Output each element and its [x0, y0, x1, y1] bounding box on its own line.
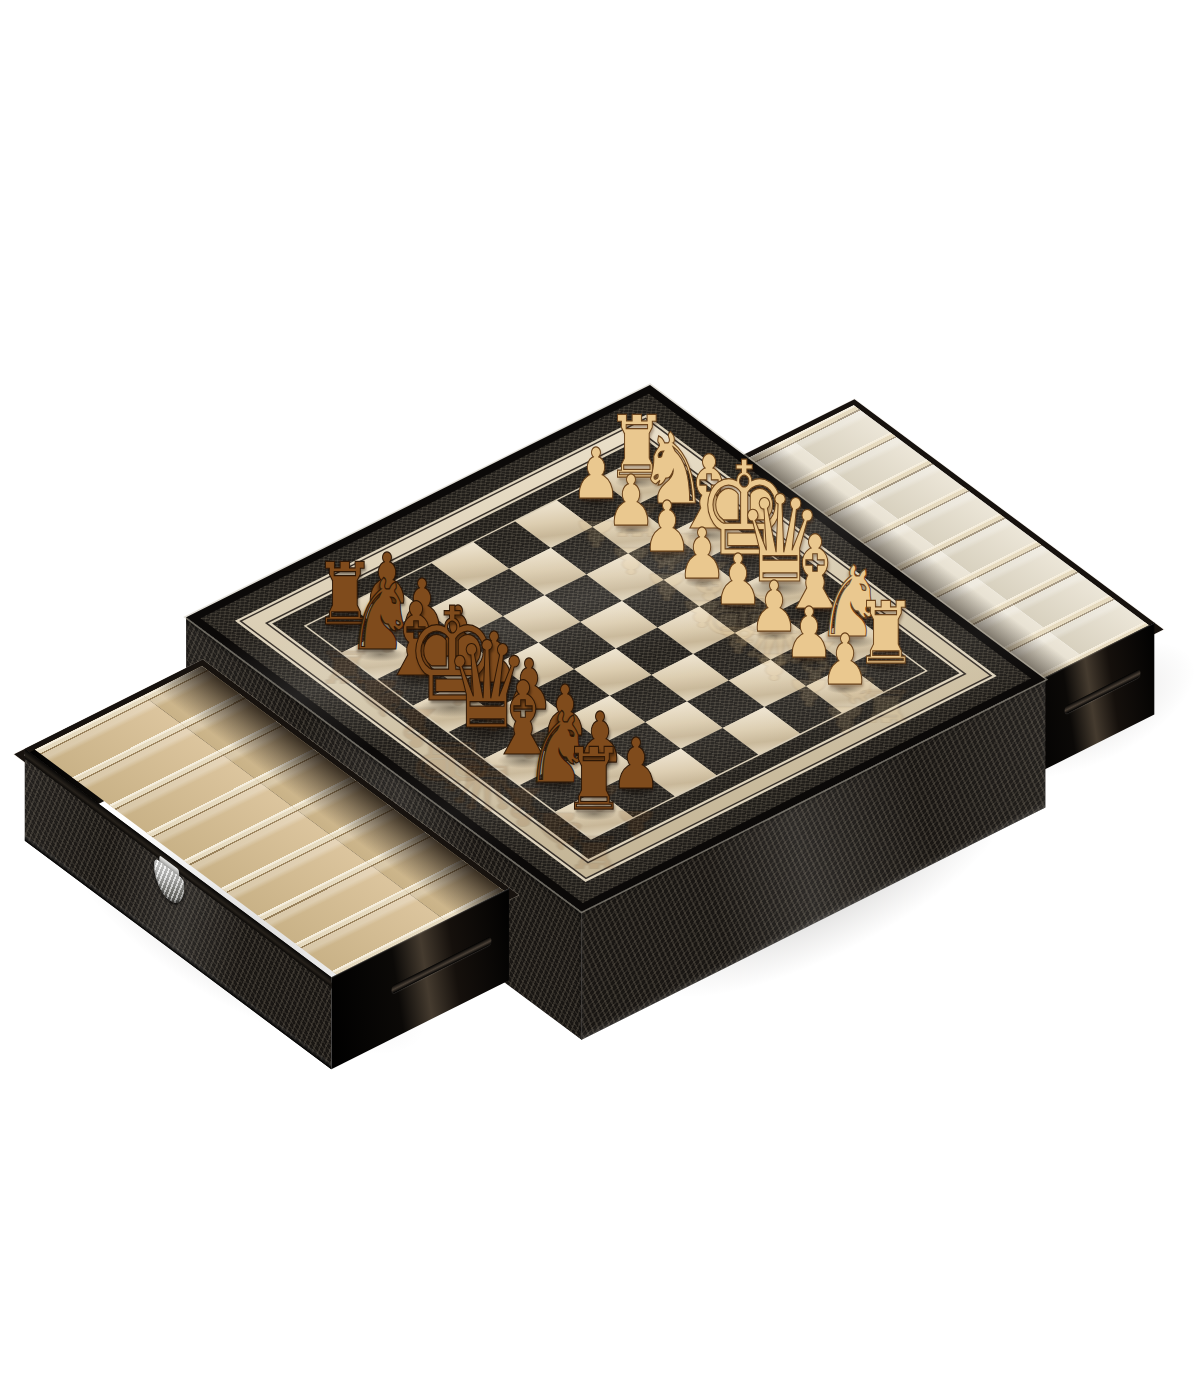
scene: ♜♜♞♞♝♝♚♚♛♛♝♝♞♞♜♜♟♟♟♟♟♟♟♟♟♟♟♟♟♟♟♟♟♟♟♟♟♟♟♟… [0, 0, 1200, 1400]
piece-reflection: ♟ [820, 702, 870, 738]
piece-glyph: ♟ [820, 625, 870, 695]
piece-glyph: ♜ [563, 736, 625, 822]
finger-groove [1065, 668, 1141, 714]
piece-reflection: ♜ [563, 830, 625, 875]
finger-groove [392, 936, 492, 994]
product-photo-chess-box: ♜♜♞♞♝♝♚♚♛♛♝♝♞♞♜♜♟♟♟♟♟♟♟♟♟♟♟♟♟♟♟♟♟♟♟♟♟♟♟♟… [0, 0, 1200, 1400]
